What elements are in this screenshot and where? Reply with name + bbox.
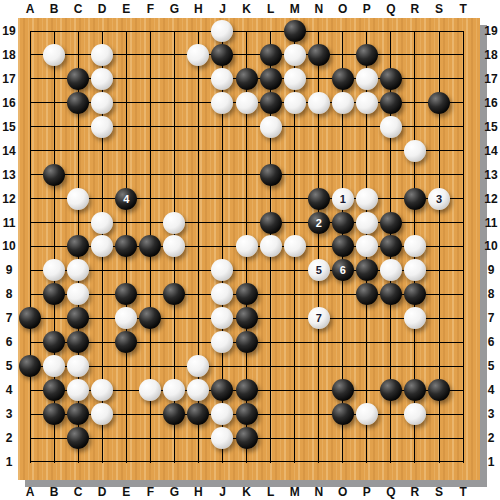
- black-stone-B3: [43, 403, 65, 425]
- row-label-right-11: 11: [482, 215, 500, 231]
- row-label-left-7: 7: [0, 310, 18, 326]
- white-stone-J7: [211, 307, 233, 329]
- black-stone-R8: [404, 283, 426, 305]
- column-label-top-N: N: [307, 1, 331, 17]
- white-stone-O12: 1: [332, 188, 354, 210]
- white-stone-D17: [91, 68, 113, 90]
- white-stone-D16: [91, 92, 113, 114]
- white-stone-R9: [404, 259, 426, 281]
- move-number-label: 7: [316, 312, 322, 324]
- row-label-right-13: 13: [482, 167, 500, 183]
- column-label-bottom-N: N: [307, 484, 331, 500]
- column-label-top-P: P: [355, 1, 379, 17]
- white-stone-N16: [308, 92, 330, 114]
- white-stone-M10: [284, 235, 306, 257]
- black-stone-N11: 2: [308, 212, 330, 234]
- grid-line-horizontal: [30, 366, 464, 367]
- column-label-bottom-Q: Q: [379, 484, 403, 500]
- black-stone-K17: [236, 68, 258, 90]
- column-label-bottom-T: T: [451, 484, 475, 500]
- white-stone-B5: [43, 355, 65, 377]
- black-stone-O9: 6: [332, 259, 354, 281]
- column-label-bottom-L: L: [259, 484, 283, 500]
- column-label-top-B: B: [42, 1, 66, 17]
- black-stone-O11: [332, 212, 354, 234]
- column-label-bottom-B: B: [42, 484, 66, 500]
- row-label-right-9: 9: [482, 262, 500, 278]
- column-label-bottom-C: C: [66, 484, 90, 500]
- white-stone-C5: [67, 355, 89, 377]
- grid-line-vertical: [463, 31, 464, 463]
- row-label-left-14: 14: [0, 143, 18, 159]
- white-stone-H5: [187, 355, 209, 377]
- black-stone-K3: [236, 403, 258, 425]
- white-stone-D18: [91, 44, 113, 66]
- black-stone-H3: [187, 403, 209, 425]
- black-stone-O3: [332, 403, 354, 425]
- black-stone-O10: [332, 235, 354, 257]
- row-label-left-9: 9: [0, 262, 18, 278]
- white-stone-S12: 3: [428, 188, 450, 210]
- black-stone-Q11: [380, 212, 402, 234]
- white-stone-N9: 5: [308, 259, 330, 281]
- row-label-right-2: 2: [482, 430, 500, 446]
- black-stone-R12: [404, 188, 426, 210]
- black-stone-R4: [404, 379, 426, 401]
- black-stone-L13: [260, 164, 282, 186]
- row-label-left-8: 8: [0, 286, 18, 302]
- black-stone-P8: [356, 283, 378, 305]
- column-label-top-Q: Q: [379, 1, 403, 17]
- white-stone-D3: [91, 403, 113, 425]
- black-stone-L16: [260, 92, 282, 114]
- white-stone-R7: [404, 307, 426, 329]
- white-stone-R10: [404, 235, 426, 257]
- column-label-top-F: F: [138, 1, 162, 17]
- row-label-right-5: 5: [482, 358, 500, 374]
- row-label-right-19: 19: [482, 23, 500, 39]
- grid-line-horizontal: [30, 150, 464, 151]
- column-label-top-G: G: [162, 1, 186, 17]
- black-stone-K2: [236, 427, 258, 449]
- row-label-left-12: 12: [0, 191, 18, 207]
- row-label-right-14: 14: [482, 143, 500, 159]
- column-label-top-A: A: [18, 1, 42, 17]
- row-label-left-4: 4: [0, 382, 18, 398]
- black-stone-C7: [67, 307, 89, 329]
- black-stone-C16: [67, 92, 89, 114]
- black-stone-B4: [43, 379, 65, 401]
- row-label-left-3: 3: [0, 406, 18, 422]
- black-stone-E8: [115, 283, 137, 305]
- white-stone-K10: [236, 235, 258, 257]
- white-stone-F4: [139, 379, 161, 401]
- white-stone-P3: [356, 403, 378, 425]
- white-stone-G4: [163, 379, 185, 401]
- black-stone-N12: [308, 188, 330, 210]
- column-label-top-T: T: [451, 1, 475, 17]
- column-label-top-C: C: [66, 1, 90, 17]
- grid-line-horizontal: [30, 174, 464, 175]
- black-stone-G3: [163, 403, 185, 425]
- row-label-left-13: 13: [0, 167, 18, 183]
- black-stone-L11: [260, 212, 282, 234]
- black-stone-E6: [115, 331, 137, 353]
- column-label-bottom-F: F: [138, 484, 162, 500]
- white-stone-M18: [284, 44, 306, 66]
- row-label-right-17: 17: [482, 71, 500, 87]
- black-stone-P9: [356, 259, 378, 281]
- black-stone-C3: [67, 403, 89, 425]
- black-stone-E12: 4: [115, 188, 137, 210]
- black-stone-K4: [236, 379, 258, 401]
- row-label-right-12: 12: [482, 191, 500, 207]
- grid-line-horizontal: [30, 461, 464, 462]
- white-stone-C4: [67, 379, 89, 401]
- white-stone-K16: [236, 92, 258, 114]
- black-stone-N18: [308, 44, 330, 66]
- white-stone-O16: [332, 92, 354, 114]
- white-stone-M17: [284, 68, 306, 90]
- column-label-top-J: J: [210, 1, 234, 17]
- white-stone-Q9: [380, 259, 402, 281]
- white-stone-J2: [211, 427, 233, 449]
- black-stone-K6: [236, 331, 258, 353]
- black-stone-L17: [260, 68, 282, 90]
- white-stone-Q15: [380, 116, 402, 138]
- white-stone-R14: [404, 140, 426, 162]
- white-stone-G10: [163, 235, 185, 257]
- black-stone-C6: [67, 331, 89, 353]
- white-stone-D11: [91, 212, 113, 234]
- black-stone-C2: [67, 427, 89, 449]
- column-label-top-H: H: [186, 1, 210, 17]
- row-label-right-8: 8: [482, 286, 500, 302]
- column-label-bottom-S: S: [427, 484, 451, 500]
- row-label-right-18: 18: [482, 47, 500, 63]
- black-stone-B6: [43, 331, 65, 353]
- black-stone-Q10: [380, 235, 402, 257]
- row-label-right-6: 6: [482, 334, 500, 350]
- column-label-top-M: M: [283, 1, 307, 17]
- move-number-label: 3: [436, 193, 442, 205]
- white-stone-L15: [260, 116, 282, 138]
- row-label-right-3: 3: [482, 406, 500, 422]
- white-stone-P16: [356, 92, 378, 114]
- black-stone-E10: [115, 235, 137, 257]
- go-board[interactable]: 4132567: [18, 18, 480, 480]
- black-stone-Q4: [380, 379, 402, 401]
- white-stone-J16: [211, 92, 233, 114]
- row-label-right-1: 1: [482, 454, 500, 470]
- white-stone-P17: [356, 68, 378, 90]
- move-number-label: 6: [340, 264, 346, 276]
- row-label-right-4: 4: [482, 382, 500, 398]
- row-label-left-18: 18: [0, 47, 18, 63]
- column-label-top-L: L: [259, 1, 283, 17]
- column-label-bottom-A: A: [18, 484, 42, 500]
- white-stone-H4: [187, 379, 209, 401]
- white-stone-P11: [356, 212, 378, 234]
- black-stone-F7: [139, 307, 161, 329]
- grid-line-horizontal: [30, 198, 464, 199]
- black-stone-P18: [356, 44, 378, 66]
- white-stone-J9: [211, 259, 233, 281]
- column-label-top-O: O: [331, 1, 355, 17]
- column-label-top-D: D: [90, 1, 114, 17]
- black-stone-S4: [428, 379, 450, 401]
- black-stone-A7: [19, 307, 41, 329]
- white-stone-J8: [211, 283, 233, 305]
- row-label-right-16: 16: [482, 95, 500, 111]
- black-stone-Q8: [380, 283, 402, 305]
- white-stone-J3: [211, 403, 233, 425]
- move-number-label: 5: [316, 264, 322, 276]
- black-stone-O17: [332, 68, 354, 90]
- row-label-left-2: 2: [0, 430, 18, 446]
- white-stone-D10: [91, 235, 113, 257]
- black-stone-A5: [19, 355, 41, 377]
- column-label-top-S: S: [427, 1, 451, 17]
- row-label-left-15: 15: [0, 119, 18, 135]
- white-stone-J6: [211, 331, 233, 353]
- grid-line-vertical: [30, 31, 31, 463]
- row-label-right-15: 15: [482, 119, 500, 135]
- white-stone-B18: [43, 44, 65, 66]
- column-label-bottom-D: D: [90, 484, 114, 500]
- black-stone-S16: [428, 92, 450, 114]
- black-stone-J18: [211, 44, 233, 66]
- row-label-right-10: 10: [482, 238, 500, 254]
- column-label-bottom-E: E: [114, 484, 138, 500]
- white-stone-C9: [67, 259, 89, 281]
- white-stone-H18: [187, 44, 209, 66]
- white-stone-C8: [67, 283, 89, 305]
- column-label-bottom-H: H: [186, 484, 210, 500]
- white-stone-J17: [211, 68, 233, 90]
- black-stone-Q16: [380, 92, 402, 114]
- black-stone-B13: [43, 164, 65, 186]
- black-stone-C17: [67, 68, 89, 90]
- row-label-left-16: 16: [0, 95, 18, 111]
- column-label-bottom-K: K: [235, 484, 259, 500]
- grid-line-horizontal: [30, 31, 464, 32]
- black-stone-B8: [43, 283, 65, 305]
- black-stone-M19: [284, 20, 306, 42]
- black-stone-K7: [236, 307, 258, 329]
- column-label-top-R: R: [403, 1, 427, 17]
- black-stone-C10: [67, 235, 89, 257]
- move-number-label: 2: [316, 217, 322, 229]
- white-stone-C12: [67, 188, 89, 210]
- white-stone-M16: [284, 92, 306, 114]
- white-stone-P12: [356, 188, 378, 210]
- black-stone-L18: [260, 44, 282, 66]
- white-stone-J19: [211, 20, 233, 42]
- row-label-right-7: 7: [482, 310, 500, 326]
- white-stone-P10: [356, 235, 378, 257]
- white-stone-B9: [43, 259, 65, 281]
- column-label-top-E: E: [114, 1, 138, 17]
- row-label-left-11: 11: [0, 215, 18, 231]
- white-stone-L10: [260, 235, 282, 257]
- column-label-bottom-J: J: [210, 484, 234, 500]
- white-stone-R3: [404, 403, 426, 425]
- column-label-top-K: K: [235, 1, 259, 17]
- black-stone-O4: [332, 379, 354, 401]
- row-label-left-6: 6: [0, 334, 18, 350]
- row-label-left-1: 1: [0, 454, 18, 470]
- column-label-bottom-R: R: [403, 484, 427, 500]
- column-label-bottom-G: G: [162, 484, 186, 500]
- column-label-bottom-M: M: [283, 484, 307, 500]
- black-stone-K8: [236, 283, 258, 305]
- black-stone-G8: [163, 283, 185, 305]
- white-stone-G11: [163, 212, 185, 234]
- black-stone-Q17: [380, 68, 402, 90]
- row-label-left-10: 10: [0, 238, 18, 254]
- row-label-left-17: 17: [0, 71, 18, 87]
- row-label-left-19: 19: [0, 23, 18, 39]
- white-stone-D15: [91, 116, 113, 138]
- black-stone-J4: [211, 379, 233, 401]
- go-diagram: 4132567 ABCDEFGHJKLMNOPQRST ABCDEFGHJKLM…: [0, 0, 500, 500]
- white-stone-N7: 7: [308, 307, 330, 329]
- white-stone-E7: [115, 307, 137, 329]
- row-label-left-5: 5: [0, 358, 18, 374]
- move-number-label: 1: [340, 193, 346, 205]
- column-label-bottom-P: P: [355, 484, 379, 500]
- column-label-bottom-O: O: [331, 484, 355, 500]
- black-stone-F10: [139, 235, 161, 257]
- white-stone-D4: [91, 379, 113, 401]
- move-number-label: 4: [123, 193, 129, 205]
